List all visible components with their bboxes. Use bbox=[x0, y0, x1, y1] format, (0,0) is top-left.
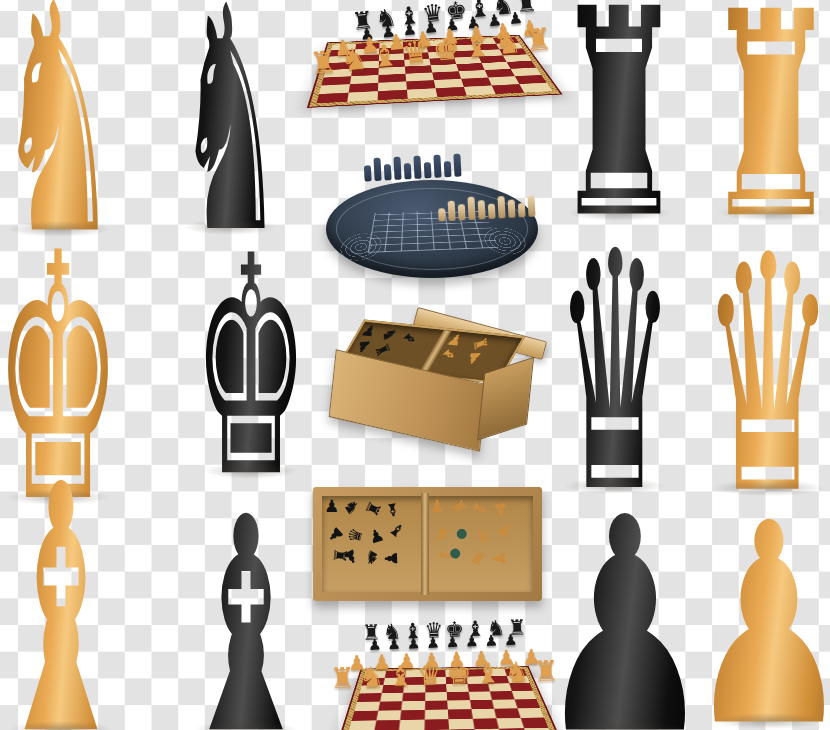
chess-collage-canvas: ♞ ♞ ♜♞♝♛♚♝♞♜ ♟♟♟♟♟♟♟♟ ♟♟♟♟♟♟♟♟ ♜♞♝♛♚♝♞♜ … bbox=[0, 0, 830, 730]
jumbled-piece: ♟ bbox=[430, 498, 445, 515]
wooden-pawn: ♟ bbox=[708, 520, 830, 724]
jumbled-piece: ♟ bbox=[491, 550, 509, 566]
black-pawn: ♟ bbox=[558, 514, 692, 730]
jumbled-piece: ♜ bbox=[361, 498, 383, 519]
box-body: ♟♞♝♟♜ ♟♜♝♟ bbox=[328, 317, 519, 445]
jumbled-piece: ♟ bbox=[492, 500, 510, 519]
standing-chessboard-top: ♜♞♝♛♚♝♞♜ ♟♟♟♟♟♟♟♟ ♟♟♟♟♟♟♟♟ ♜♞♝♛♚♝♞♜ bbox=[300, 2, 564, 102]
jumbled-piece: ♝ bbox=[398, 329, 420, 347]
carved-piece bbox=[453, 153, 461, 176]
carved-piece bbox=[384, 164, 392, 180]
carved-piece bbox=[373, 158, 381, 181]
carved-piece bbox=[508, 200, 516, 218]
black-queen: ♛ bbox=[560, 247, 670, 489]
black-bishop: ♝ bbox=[190, 514, 302, 730]
jumbled-piece: ♟ bbox=[340, 545, 361, 567]
carved-dark-pieces bbox=[363, 153, 461, 181]
carved-piece bbox=[478, 200, 486, 219]
carved-piece bbox=[518, 203, 526, 217]
carved-piece bbox=[444, 161, 452, 177]
bishop-icon: ♝ bbox=[176, 479, 317, 730]
carved-piece bbox=[438, 208, 446, 221]
jumbled-piece: ♝ bbox=[469, 498, 491, 519]
carved-piece bbox=[433, 155, 441, 178]
jumbled-piece: ♜ bbox=[468, 546, 490, 568]
carved-piece bbox=[424, 162, 432, 178]
carved-piece bbox=[497, 196, 505, 218]
carved-piece bbox=[393, 157, 401, 180]
jumbled-piece: ♞ bbox=[341, 496, 364, 518]
wood-back-rank: ♜♞♝♛♚♝♞♜ bbox=[330, 657, 564, 693]
jumbled-piece: ♟ bbox=[382, 550, 400, 566]
jumbled-piece: ♝ bbox=[384, 500, 402, 519]
pawn-icon: ♟ bbox=[687, 487, 830, 730]
sorted-piece-box: ♟♞♜♝♟♛♟♝♜♟♞♟ ♟♜♝♟♞●♛♟♝●♜♟ bbox=[313, 487, 542, 601]
jumbled-piece: ♟ bbox=[464, 350, 484, 365]
jumbled-piece: ♟ bbox=[324, 523, 347, 546]
carved-piece bbox=[527, 195, 535, 216]
round-carved-chessboard bbox=[326, 154, 538, 278]
bishop-icon: ♝ bbox=[0, 441, 131, 730]
carved-piece bbox=[467, 197, 475, 220]
carved-piece bbox=[448, 201, 456, 221]
jumbled-piece: ♟ bbox=[324, 498, 339, 515]
carved-piece bbox=[364, 165, 372, 181]
carved-piece bbox=[488, 204, 496, 219]
open-wooden-box: ♟♞♝♟♜ ♟♜♝♟ bbox=[331, 308, 547, 440]
jumbled-piece: ♛ bbox=[346, 526, 366, 545]
carved-piece bbox=[413, 156, 421, 179]
jumbled-piece: ♞ bbox=[430, 523, 453, 546]
jumbled-piece: ♟ bbox=[353, 339, 373, 354]
jumbled-piece: ♝ bbox=[385, 519, 408, 542]
black-pieces-compartment: ♟♞♜♝♟♛♟♝♜♟♞♟ bbox=[324, 498, 417, 588]
box-divider bbox=[421, 493, 429, 595]
carved-piece bbox=[458, 204, 466, 220]
wooden-queen: ♛ bbox=[706, 251, 830, 491]
wooden-bishop: ♝ bbox=[4, 481, 118, 730]
jumbled-piece: ♜ bbox=[374, 340, 394, 359]
jumbled-piece: ♜ bbox=[447, 496, 470, 518]
jumbled-piece: ♟ bbox=[494, 519, 517, 542]
black-king: ♚ bbox=[200, 252, 302, 474]
wood-pieces-compartment: ♟♜♝♟♞●♛♟♝●♜♟ bbox=[430, 498, 527, 588]
felt-base: ● bbox=[453, 526, 468, 540]
standing-chessboard-bottom: ♜♞♝♛♚♝♞♜ ♟♟♟♟♟♟♟♟ ♟♟♟♟♟♟♟♟ ♜♞♝♛♚♝♞♜ bbox=[318, 589, 570, 730]
carved-piece bbox=[404, 163, 412, 179]
box-interior: ♟♞♜♝♟♛♟♝♜♟♞♟ ♟♜♝♟♞●♛♟♝●♜♟ bbox=[322, 496, 533, 592]
jumbled-piece: ♟ bbox=[366, 526, 386, 547]
jumbled-piece: ♛ bbox=[474, 526, 494, 547]
jumbled-piece: ♞ bbox=[360, 546, 382, 568]
